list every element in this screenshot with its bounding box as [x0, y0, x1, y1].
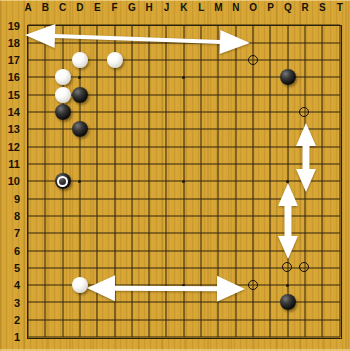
black-stone-C14[interactable] [55, 104, 71, 120]
intersection-N10[interactable] [227, 173, 244, 190]
intersection-O10[interactable] [244, 173, 261, 190]
intersection-K17[interactable] [175, 51, 192, 68]
intersection-D6[interactable] [71, 242, 88, 259]
intersection-J17[interactable] [158, 51, 175, 68]
intersection-B9[interactable] [37, 190, 54, 207]
intersection-A16[interactable] [19, 69, 36, 86]
intersection-C14[interactable] [54, 103, 71, 120]
intersection-P14[interactable] [262, 103, 279, 120]
intersection-R12[interactable] [296, 138, 313, 155]
intersection-H7[interactable] [140, 225, 157, 242]
intersection-K16[interactable] [175, 69, 192, 86]
intersection-E2[interactable] [89, 311, 106, 328]
intersection-S18[interactable] [314, 34, 331, 51]
intersection-T12[interactable] [331, 138, 348, 155]
intersection-F8[interactable] [106, 207, 123, 224]
intersection-S16[interactable] [314, 69, 331, 86]
intersection-C6[interactable] [54, 242, 71, 259]
intersection-H12[interactable] [140, 138, 157, 155]
intersection-M8[interactable] [210, 207, 227, 224]
intersection-G17[interactable] [123, 51, 140, 68]
intersection-Q18[interactable] [279, 34, 296, 51]
intersection-R11[interactable] [296, 155, 313, 172]
intersection-T7[interactable] [331, 225, 348, 242]
intersection-Q10[interactable] [279, 173, 296, 190]
intersection-F6[interactable] [106, 242, 123, 259]
intersection-G6[interactable] [123, 242, 140, 259]
intersection-O19[interactable] [244, 17, 261, 34]
intersection-M17[interactable] [210, 51, 227, 68]
intersection-H17[interactable] [140, 51, 157, 68]
intersection-K18[interactable] [175, 34, 192, 51]
intersection-H14[interactable] [140, 103, 157, 120]
intersection-F19[interactable] [106, 17, 123, 34]
intersection-J5[interactable] [158, 259, 175, 276]
intersection-C13[interactable] [54, 121, 71, 138]
intersection-C18[interactable] [54, 34, 71, 51]
intersection-L18[interactable] [192, 34, 209, 51]
intersection-G16[interactable] [123, 69, 140, 86]
white-stone-D17[interactable] [72, 52, 88, 68]
intersection-G11[interactable] [123, 155, 140, 172]
intersection-L14[interactable] [192, 103, 209, 120]
intersection-D4[interactable] [71, 276, 88, 293]
intersection-H9[interactable] [140, 190, 157, 207]
intersection-C17[interactable] [54, 51, 71, 68]
intersection-D1[interactable] [71, 328, 88, 345]
intersection-P12[interactable] [262, 138, 279, 155]
intersection-K19[interactable] [175, 17, 192, 34]
intersection-T18[interactable] [331, 34, 348, 51]
intersection-P5[interactable] [262, 259, 279, 276]
intersection-J19[interactable] [158, 17, 175, 34]
intersection-R2[interactable] [296, 311, 313, 328]
white-stone-F17[interactable] [107, 52, 123, 68]
intersection-T8[interactable] [331, 207, 348, 224]
intersection-M5[interactable] [210, 259, 227, 276]
intersection-P16[interactable] [262, 69, 279, 86]
intersection-K15[interactable] [175, 86, 192, 103]
intersection-K9[interactable] [175, 190, 192, 207]
intersection-A13[interactable] [19, 121, 36, 138]
intersection-S10[interactable] [314, 173, 331, 190]
intersection-M16[interactable] [210, 69, 227, 86]
intersection-J7[interactable] [158, 225, 175, 242]
intersection-M14[interactable] [210, 103, 227, 120]
intersection-D17[interactable] [71, 51, 88, 68]
intersection-Q19[interactable] [279, 17, 296, 34]
intersection-N18[interactable] [227, 34, 244, 51]
intersection-O13[interactable] [244, 121, 261, 138]
intersection-A19[interactable] [19, 17, 36, 34]
intersection-B11[interactable] [37, 155, 54, 172]
intersection-M13[interactable] [210, 121, 227, 138]
intersection-R3[interactable] [296, 294, 313, 311]
intersection-B14[interactable] [37, 103, 54, 120]
intersection-P7[interactable] [262, 225, 279, 242]
intersection-T11[interactable] [331, 155, 348, 172]
intersection-T15[interactable] [331, 86, 348, 103]
intersection-R14[interactable] [296, 103, 313, 120]
intersection-N9[interactable] [227, 190, 244, 207]
intersection-D19[interactable] [71, 17, 88, 34]
intersection-F4[interactable] [106, 276, 123, 293]
intersection-G14[interactable] [123, 103, 140, 120]
intersection-D3[interactable] [71, 294, 88, 311]
intersection-Q7[interactable] [279, 225, 296, 242]
intersection-R5[interactable] [296, 259, 313, 276]
intersection-E7[interactable] [89, 225, 106, 242]
intersection-E8[interactable] [89, 207, 106, 224]
intersection-B15[interactable] [37, 86, 54, 103]
intersection-N8[interactable] [227, 207, 244, 224]
intersection-K14[interactable] [175, 103, 192, 120]
intersection-T17[interactable] [331, 51, 348, 68]
intersection-B12[interactable] [37, 138, 54, 155]
intersection-O1[interactable] [244, 328, 261, 345]
intersection-N2[interactable] [227, 311, 244, 328]
black-stone-Q3[interactable] [280, 294, 296, 310]
intersection-S6[interactable] [314, 242, 331, 259]
intersection-G9[interactable] [123, 190, 140, 207]
intersection-M18[interactable] [210, 34, 227, 51]
intersection-C10[interactable] [54, 173, 71, 190]
intersection-D11[interactable] [71, 155, 88, 172]
intersection-E13[interactable] [89, 121, 106, 138]
intersection-D9[interactable] [71, 190, 88, 207]
intersection-L12[interactable] [192, 138, 209, 155]
intersection-N5[interactable] [227, 259, 244, 276]
intersection-P10[interactable] [262, 173, 279, 190]
intersection-F2[interactable] [106, 311, 123, 328]
intersection-H5[interactable] [140, 259, 157, 276]
intersection-Q3[interactable] [279, 294, 296, 311]
intersection-Q9[interactable] [279, 190, 296, 207]
intersection-Q11[interactable] [279, 155, 296, 172]
intersection-S2[interactable] [314, 311, 331, 328]
intersection-Q16[interactable] [279, 69, 296, 86]
intersection-O18[interactable] [244, 34, 261, 51]
intersection-Q5[interactable] [279, 259, 296, 276]
intersection-O11[interactable] [244, 155, 261, 172]
intersection-T16[interactable] [331, 69, 348, 86]
intersection-T9[interactable] [331, 190, 348, 207]
board-grid[interactable] [19, 17, 348, 346]
intersection-T3[interactable] [331, 294, 348, 311]
intersection-C16[interactable] [54, 69, 71, 86]
intersection-P6[interactable] [262, 242, 279, 259]
intersection-B18[interactable] [37, 34, 54, 51]
intersection-H15[interactable] [140, 86, 157, 103]
intersection-M19[interactable] [210, 17, 227, 34]
intersection-A9[interactable] [19, 190, 36, 207]
intersection-B6[interactable] [37, 242, 54, 259]
intersection-P11[interactable] [262, 155, 279, 172]
intersection-F10[interactable] [106, 173, 123, 190]
intersection-E10[interactable] [89, 173, 106, 190]
intersection-K5[interactable] [175, 259, 192, 276]
intersection-D14[interactable] [71, 103, 88, 120]
intersection-E6[interactable] [89, 242, 106, 259]
intersection-F5[interactable] [106, 259, 123, 276]
intersection-C2[interactable] [54, 311, 71, 328]
intersection-S7[interactable] [314, 225, 331, 242]
intersection-A7[interactable] [19, 225, 36, 242]
intersection-A14[interactable] [19, 103, 36, 120]
intersection-B5[interactable] [37, 259, 54, 276]
intersection-N13[interactable] [227, 121, 244, 138]
intersection-O7[interactable] [244, 225, 261, 242]
intersection-C8[interactable] [54, 207, 71, 224]
intersection-A12[interactable] [19, 138, 36, 155]
intersection-L11[interactable] [192, 155, 209, 172]
intersection-C4[interactable] [54, 276, 71, 293]
intersection-M2[interactable] [210, 311, 227, 328]
intersection-S3[interactable] [314, 294, 331, 311]
intersection-L10[interactable] [192, 173, 209, 190]
intersection-L9[interactable] [192, 190, 209, 207]
intersection-S11[interactable] [314, 155, 331, 172]
intersection-F1[interactable] [106, 328, 123, 345]
intersection-H10[interactable] [140, 173, 157, 190]
intersection-N19[interactable] [227, 17, 244, 34]
intersection-A4[interactable] [19, 276, 36, 293]
intersection-B1[interactable] [37, 328, 54, 345]
intersection-G2[interactable] [123, 311, 140, 328]
intersection-O12[interactable] [244, 138, 261, 155]
intersection-Q14[interactable] [279, 103, 296, 120]
intersection-K8[interactable] [175, 207, 192, 224]
intersection-R9[interactable] [296, 190, 313, 207]
intersection-L2[interactable] [192, 311, 209, 328]
intersection-P18[interactable] [262, 34, 279, 51]
intersection-P3[interactable] [262, 294, 279, 311]
intersection-T5[interactable] [331, 259, 348, 276]
intersection-H1[interactable] [140, 328, 157, 345]
intersection-E18[interactable] [89, 34, 106, 51]
intersection-J18[interactable] [158, 34, 175, 51]
intersection-L8[interactable] [192, 207, 209, 224]
intersection-J13[interactable] [158, 121, 175, 138]
intersection-E1[interactable] [89, 328, 106, 345]
intersection-P8[interactable] [262, 207, 279, 224]
black-stone-C10[interactable] [55, 173, 71, 189]
intersection-N4[interactable] [227, 276, 244, 293]
intersection-D2[interactable] [71, 311, 88, 328]
intersection-N14[interactable] [227, 103, 244, 120]
intersection-M3[interactable] [210, 294, 227, 311]
intersection-L13[interactable] [192, 121, 209, 138]
intersection-K10[interactable] [175, 173, 192, 190]
intersection-A3[interactable] [19, 294, 36, 311]
intersection-B10[interactable] [37, 173, 54, 190]
white-stone-D4[interactable] [72, 277, 88, 293]
intersection-L3[interactable] [192, 294, 209, 311]
intersection-M9[interactable] [210, 190, 227, 207]
intersection-G13[interactable] [123, 121, 140, 138]
intersection-K4[interactable] [175, 276, 192, 293]
intersection-J8[interactable] [158, 207, 175, 224]
intersection-T2[interactable] [331, 311, 348, 328]
intersection-K12[interactable] [175, 138, 192, 155]
intersection-A1[interactable] [19, 328, 36, 345]
intersection-M7[interactable] [210, 225, 227, 242]
intersection-O9[interactable] [244, 190, 261, 207]
intersection-B19[interactable] [37, 17, 54, 34]
intersection-K11[interactable] [175, 155, 192, 172]
intersection-L5[interactable] [192, 259, 209, 276]
intersection-O8[interactable] [244, 207, 261, 224]
intersection-K6[interactable] [175, 242, 192, 259]
intersection-N6[interactable] [227, 242, 244, 259]
intersection-T6[interactable] [331, 242, 348, 259]
intersection-M15[interactable] [210, 86, 227, 103]
intersection-A18[interactable] [19, 34, 36, 51]
intersection-N12[interactable] [227, 138, 244, 155]
intersection-C3[interactable] [54, 294, 71, 311]
intersection-P17[interactable] [262, 51, 279, 68]
intersection-E4[interactable] [89, 276, 106, 293]
intersection-Q13[interactable] [279, 121, 296, 138]
intersection-E9[interactable] [89, 190, 106, 207]
intersection-E14[interactable] [89, 103, 106, 120]
intersection-J11[interactable] [158, 155, 175, 172]
intersection-E15[interactable] [89, 86, 106, 103]
intersection-M10[interactable] [210, 173, 227, 190]
intersection-Q12[interactable] [279, 138, 296, 155]
intersection-A17[interactable] [19, 51, 36, 68]
intersection-C5[interactable] [54, 259, 71, 276]
intersection-S4[interactable] [314, 276, 331, 293]
intersection-Q17[interactable] [279, 51, 296, 68]
intersection-B13[interactable] [37, 121, 54, 138]
intersection-O16[interactable] [244, 69, 261, 86]
intersection-Q15[interactable] [279, 86, 296, 103]
intersection-L16[interactable] [192, 69, 209, 86]
intersection-L15[interactable] [192, 86, 209, 103]
intersection-D13[interactable] [71, 121, 88, 138]
intersection-D12[interactable] [71, 138, 88, 155]
intersection-S12[interactable] [314, 138, 331, 155]
intersection-R6[interactable] [296, 242, 313, 259]
intersection-Q6[interactable] [279, 242, 296, 259]
intersection-E19[interactable] [89, 17, 106, 34]
intersection-D15[interactable] [71, 86, 88, 103]
intersection-G19[interactable] [123, 17, 140, 34]
intersection-G3[interactable] [123, 294, 140, 311]
intersection-H19[interactable] [140, 17, 157, 34]
intersection-F18[interactable] [106, 34, 123, 51]
intersection-B17[interactable] [37, 51, 54, 68]
intersection-O4[interactable] [244, 276, 261, 293]
intersection-J6[interactable] [158, 242, 175, 259]
intersection-L19[interactable] [192, 17, 209, 34]
intersection-G8[interactable] [123, 207, 140, 224]
intersection-K13[interactable] [175, 121, 192, 138]
intersection-N16[interactable] [227, 69, 244, 86]
intersection-L7[interactable] [192, 225, 209, 242]
intersection-C7[interactable] [54, 225, 71, 242]
intersection-R13[interactable] [296, 121, 313, 138]
intersection-G18[interactable] [123, 34, 140, 51]
intersection-S1[interactable] [314, 328, 331, 345]
intersection-O6[interactable] [244, 242, 261, 259]
intersection-P1[interactable] [262, 328, 279, 345]
intersection-J1[interactable] [158, 328, 175, 345]
white-stone-C15[interactable] [55, 87, 71, 103]
intersection-H8[interactable] [140, 207, 157, 224]
intersection-P13[interactable] [262, 121, 279, 138]
intersection-O17[interactable] [244, 51, 261, 68]
black-stone-Q16[interactable] [280, 69, 296, 85]
intersection-D10[interactable] [71, 173, 88, 190]
intersection-M1[interactable] [210, 328, 227, 345]
intersection-F15[interactable] [106, 86, 123, 103]
intersection-O15[interactable] [244, 86, 261, 103]
intersection-R19[interactable] [296, 17, 313, 34]
intersection-J14[interactable] [158, 103, 175, 120]
intersection-D16[interactable] [71, 69, 88, 86]
intersection-M4[interactable] [210, 276, 227, 293]
black-stone-D13[interactable] [72, 121, 88, 137]
intersection-N1[interactable] [227, 328, 244, 345]
intersection-L6[interactable] [192, 242, 209, 259]
intersection-L17[interactable] [192, 51, 209, 68]
intersection-H16[interactable] [140, 69, 157, 86]
intersection-D8[interactable] [71, 207, 88, 224]
intersection-L4[interactable] [192, 276, 209, 293]
intersection-Q1[interactable] [279, 328, 296, 345]
intersection-F3[interactable] [106, 294, 123, 311]
intersection-F17[interactable] [106, 51, 123, 68]
intersection-A2[interactable] [19, 311, 36, 328]
intersection-O3[interactable] [244, 294, 261, 311]
intersection-F14[interactable] [106, 103, 123, 120]
intersection-Q8[interactable] [279, 207, 296, 224]
intersection-F13[interactable] [106, 121, 123, 138]
intersection-J4[interactable] [158, 276, 175, 293]
intersection-H18[interactable] [140, 34, 157, 51]
intersection-N17[interactable] [227, 51, 244, 68]
intersection-E11[interactable] [89, 155, 106, 172]
intersection-R8[interactable] [296, 207, 313, 224]
intersection-Q4[interactable] [279, 276, 296, 293]
intersection-Q2[interactable] [279, 311, 296, 328]
intersection-A6[interactable] [19, 242, 36, 259]
intersection-E5[interactable] [89, 259, 106, 276]
intersection-N7[interactable] [227, 225, 244, 242]
intersection-E3[interactable] [89, 294, 106, 311]
black-stone-D15[interactable] [72, 87, 88, 103]
intersection-O5[interactable] [244, 259, 261, 276]
intersection-R18[interactable] [296, 34, 313, 51]
intersection-S5[interactable] [314, 259, 331, 276]
intersection-S8[interactable] [314, 207, 331, 224]
intersection-H11[interactable] [140, 155, 157, 172]
intersection-N15[interactable] [227, 86, 244, 103]
intersection-G15[interactable] [123, 86, 140, 103]
intersection-M11[interactable] [210, 155, 227, 172]
intersection-A5[interactable] [19, 259, 36, 276]
intersection-J15[interactable] [158, 86, 175, 103]
intersection-F11[interactable] [106, 155, 123, 172]
intersection-R1[interactable] [296, 328, 313, 345]
intersection-J10[interactable] [158, 173, 175, 190]
intersection-G10[interactable] [123, 173, 140, 190]
intersection-T10[interactable] [331, 173, 348, 190]
intersection-L1[interactable] [192, 328, 209, 345]
intersection-J2[interactable] [158, 311, 175, 328]
